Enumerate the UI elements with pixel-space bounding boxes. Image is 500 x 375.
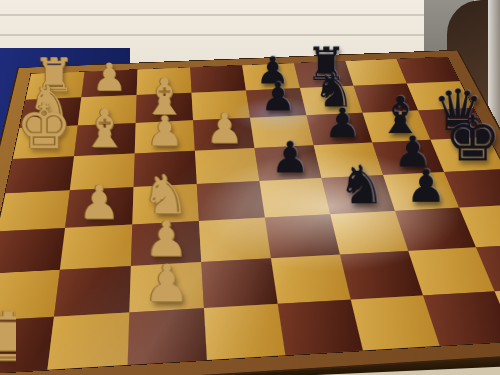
white-bishop-f2[interactable]: ♝ (75, 102, 135, 155)
chess-board-3d: ♜♟♟♜♞♝♟♞♚♝♟♟♟♝♛♟♟♚♟♞♞♟♟♟♜ (0, 51, 500, 375)
square-g5[interactable]: ♟ (246, 88, 307, 118)
square-c4[interactable] (199, 218, 271, 263)
chess-board[interactable]: ♜♟♟♜♞♝♟♞♚♝♟♟♟♝♛♟♟♚♟♞♞♟♟♟♜ (0, 57, 500, 375)
white-rook-a1[interactable]: ♜ (0, 303, 48, 370)
square-e5[interactable]: ♟ (254, 145, 321, 181)
white-pawn-f4[interactable]: ♟ (195, 108, 254, 149)
square-a5[interactable] (278, 300, 363, 356)
white-king-f1[interactable]: ♚ (14, 96, 74, 158)
square-c8[interactable] (459, 204, 500, 247)
square-d2[interactable]: ♟ (65, 187, 133, 228)
white-pawn-d2[interactable]: ♟ (66, 179, 132, 225)
square-b3[interactable]: ♟ (129, 262, 204, 312)
black-knight-d6[interactable]: ♞ (329, 159, 394, 212)
square-a4[interactable] (204, 304, 285, 360)
square-d5[interactable] (259, 178, 330, 218)
square-c1[interactable] (0, 228, 65, 274)
black-pawn-f6[interactable]: ♟ (313, 102, 372, 143)
square-f4[interactable]: ♟ (193, 118, 254, 151)
square-b4[interactable] (201, 258, 277, 308)
black-pawn-d7[interactable]: ♟ (394, 163, 459, 208)
square-d4[interactable] (197, 181, 265, 221)
square-d1[interactable] (0, 190, 70, 231)
black-pawn-e5[interactable]: ♟ (259, 136, 321, 179)
square-f2[interactable]: ♝ (74, 123, 136, 156)
square-f3[interactable]: ♟ (135, 120, 195, 153)
square-a6[interactable] (351, 296, 440, 351)
square-d7[interactable]: ♟ (383, 172, 459, 211)
square-f1[interactable]: ♚ (13, 125, 78, 159)
black-king-e8[interactable]: ♚ (442, 108, 500, 171)
white-pawn-h2[interactable]: ♟ (82, 58, 137, 96)
square-c5[interactable] (265, 214, 340, 258)
square-a1[interactable]: ♜ (0, 317, 54, 375)
square-h4[interactable] (190, 65, 246, 92)
square-e1[interactable] (5, 156, 74, 193)
square-a2[interactable] (47, 312, 129, 369)
square-c2[interactable] (60, 224, 132, 269)
square-e4[interactable] (195, 148, 260, 184)
square-a3[interactable] (128, 308, 207, 365)
square-d6[interactable]: ♞ (322, 175, 395, 214)
square-h2[interactable]: ♟ (81, 70, 137, 98)
white-pawn-b3[interactable]: ♟ (130, 258, 204, 310)
square-b2[interactable] (54, 266, 131, 317)
board-frame: ♜♟♟♜♞♝♟♞♚♝♟♟♟♝♛♟♟♚♟♞♞♟♟♟♜ (0, 51, 500, 375)
white-pawn-f3[interactable]: ♟ (135, 110, 195, 152)
chess-photo-scene: ♜♟♟♜♞♝♟♞♚♝♟♟♟♝♛♟♟♚♟♞♞♟♟♟♜ (0, 0, 500, 375)
square-b5[interactable] (271, 255, 351, 304)
black-pawn-g5[interactable]: ♟ (250, 77, 307, 116)
